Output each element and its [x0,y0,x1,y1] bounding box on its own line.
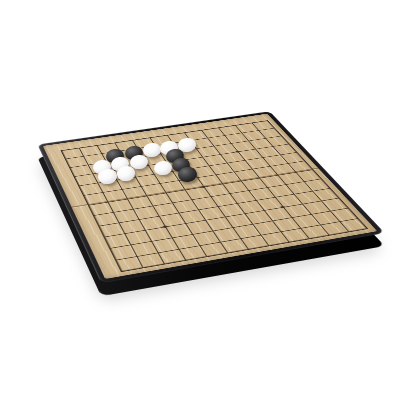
grid-line-horizontal [103,197,339,237]
grid-line-horizontal [98,188,331,227]
product-photo [0,0,401,400]
grid-line-horizontal [109,207,349,248]
grid-line-vertical [217,127,309,239]
grid-line-horizontal [93,178,322,215]
star-point [162,225,167,228]
grid-line-vertical [200,130,289,243]
